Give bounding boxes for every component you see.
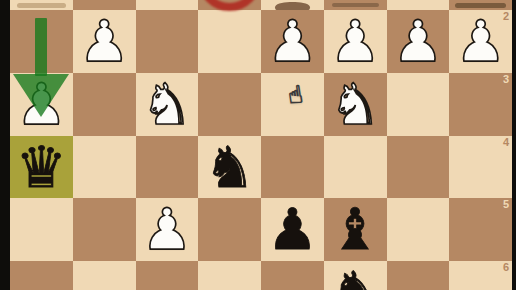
square-f1[interactable]: [136, 0, 199, 10]
square-e4[interactable]: ♞: [198, 136, 261, 199]
square-h2[interactable]: [10, 10, 73, 73]
square-f2[interactable]: [136, 10, 199, 73]
square-h1[interactable]: [10, 0, 73, 10]
square-e6[interactable]: [198, 261, 261, 290]
square-g5[interactable]: [73, 198, 136, 261]
piece-black-pawn-d5: ♟: [261, 198, 324, 261]
square-d5[interactable]: ♟: [261, 198, 324, 261]
rank-label-2: 2: [503, 10, 509, 23]
square-a4[interactable]: 4: [449, 136, 512, 199]
square-h6[interactable]: [10, 261, 73, 290]
square-c2[interactable]: ♟: [324, 10, 387, 73]
rank-label-4: 4: [503, 136, 509, 149]
piece-black-bishop-c5: ♝: [324, 198, 387, 261]
square-g4[interactable]: [73, 136, 136, 199]
square-a3[interactable]: 3: [449, 73, 512, 136]
square-b4[interactable]: [387, 136, 450, 199]
piece-white-pawn-c2: ♟: [324, 10, 387, 73]
piece-black-knight-e4: ♞: [198, 136, 261, 199]
square-b5[interactable]: [387, 198, 450, 261]
square-e1[interactable]: [198, 0, 261, 10]
square-g3[interactable]: [73, 73, 136, 136]
rank-label-6: 6: [503, 261, 509, 274]
square-a6[interactable]: 6: [449, 261, 512, 290]
letterbox-left: [0, 0, 10, 290]
piece-base-sliver-c1: [332, 3, 379, 7]
video-frame: 1♟♟♟♟2♟♟♞♞3♛♞4♟♟♝5♞678 ☝: [0, 0, 516, 290]
square-a2[interactable]: 2♟: [449, 10, 512, 73]
square-d3[interactable]: [261, 73, 324, 136]
square-b2[interactable]: ♟: [387, 10, 450, 73]
square-h4[interactable]: ♛: [10, 136, 73, 199]
square-f3[interactable]: ♞: [136, 73, 199, 136]
square-b3[interactable]: [387, 73, 450, 136]
rank-label-5: 5: [503, 198, 509, 211]
piece-white-knight-f3: ♞: [136, 73, 199, 136]
piece-black-queen-h4: ♛: [10, 136, 73, 199]
piece-black-knight-c6: ♞: [324, 261, 387, 290]
square-f4[interactable]: [136, 136, 199, 199]
piece-white-pawn-g2: ♟: [73, 10, 136, 73]
square-c6[interactable]: ♞: [324, 261, 387, 290]
square-a5[interactable]: 5: [449, 198, 512, 261]
square-f5[interactable]: ♟: [136, 198, 199, 261]
square-d2[interactable]: ♟: [261, 10, 324, 73]
square-e2[interactable]: [198, 10, 261, 73]
square-e3[interactable]: [198, 73, 261, 136]
square-d4[interactable]: [261, 136, 324, 199]
square-c5[interactable]: ♝: [324, 198, 387, 261]
square-c3[interactable]: ♞: [324, 73, 387, 136]
letterbox-right: [512, 0, 516, 290]
piece-white-pawn-b2: ♟: [387, 10, 450, 73]
square-f6[interactable]: [136, 261, 199, 290]
square-e5[interactable]: [198, 198, 261, 261]
piece-base-sliver-h1: [17, 3, 66, 8]
piece-white-knight-c3: ♞: [324, 73, 387, 136]
chess-board: 1♟♟♟♟2♟♟♞♞3♛♞4♟♟♝5♞678: [10, 0, 512, 290]
square-b6[interactable]: [387, 261, 450, 290]
rank-label-3: 3: [503, 73, 509, 86]
piece-white-pawn-f5: ♟: [136, 198, 199, 261]
square-d6[interactable]: [261, 261, 324, 290]
square-h5[interactable]: [10, 198, 73, 261]
square-c4[interactable]: [324, 136, 387, 199]
piece-white-pawn-d2: ♟: [261, 10, 324, 73]
square-h3[interactable]: ♟: [10, 73, 73, 136]
square-g6[interactable]: [73, 261, 136, 290]
square-g2[interactable]: ♟: [73, 10, 136, 73]
piece-white-pawn-h3: ♟: [10, 73, 73, 136]
